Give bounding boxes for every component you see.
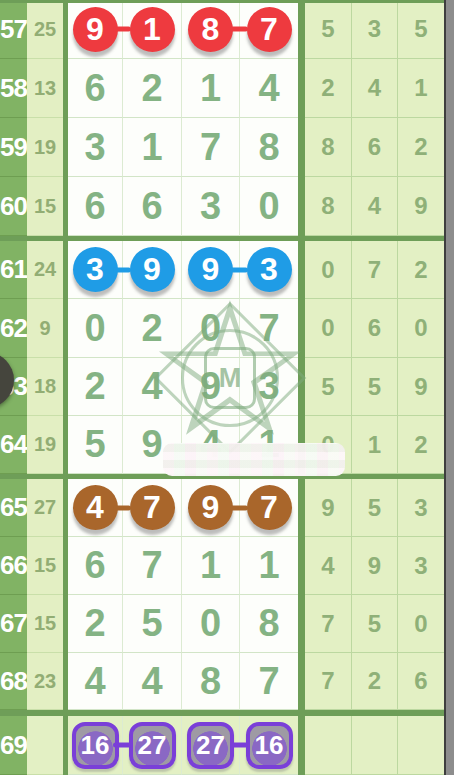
aux-cell: 1	[352, 416, 398, 474]
aux-cell: 0	[398, 595, 444, 653]
aux-digit: 9	[321, 494, 334, 522]
aux-cell: 7	[305, 595, 352, 653]
aux-cell: 2	[305, 59, 352, 118]
aux-cell: 2	[398, 241, 444, 299]
aux-cell: 8	[305, 118, 352, 177]
sum-pair-box: 27	[187, 722, 234, 769]
draw-digit: 8	[258, 602, 279, 645]
draw-cell: 2	[123, 299, 182, 358]
draw-cell: 8	[240, 595, 298, 653]
aux-digit: 5	[368, 494, 381, 522]
hot-number-circle: 7	[130, 485, 175, 530]
issue-cell: 62	[0, 299, 27, 358]
hot-number-circle: 7	[247, 7, 292, 52]
sum-pair-box: 27	[129, 722, 176, 769]
aux-cell	[305, 716, 352, 775]
aux-digit: 5	[321, 15, 334, 43]
sum-cell: 18	[27, 358, 63, 416]
draw-cell: 7	[123, 479, 182, 537]
draw-digit: 1	[200, 544, 221, 587]
aux-cell: 9	[398, 177, 444, 236]
aux-cell: 0	[398, 299, 444, 358]
hot-number-circle: 3	[73, 247, 118, 292]
aux-cell: 9	[398, 358, 444, 416]
draw-cell: 1	[182, 59, 240, 118]
aux-cell: 1	[398, 59, 444, 118]
aux-cell: 9	[352, 537, 398, 595]
pair-dash	[113, 27, 131, 32]
draw-cell: 6	[123, 177, 182, 236]
draw-digit: 7	[141, 544, 162, 587]
draw-digit: 2	[141, 67, 162, 110]
aux-digit: 1	[368, 431, 381, 459]
draw-cell: 3	[240, 241, 298, 299]
draw-digit: 6	[84, 544, 105, 587]
draw-cell: 3	[68, 241, 123, 299]
aux-cell: 5	[352, 479, 398, 537]
aux-digit: 3	[368, 15, 381, 43]
aux-cell: 6	[398, 653, 444, 710]
pair-dash	[230, 743, 248, 748]
sum-cell: 15	[27, 537, 63, 595]
table-top-border	[0, 0, 454, 3]
pair-dash	[113, 505, 131, 510]
censored-blur-patch	[163, 443, 345, 476]
aux-cell: 2	[352, 653, 398, 710]
aux-cell: 6	[352, 299, 398, 358]
draw-cell: 9	[182, 241, 240, 299]
draw-cell: 8	[240, 118, 298, 177]
draw-cell: 1	[240, 537, 298, 595]
aux-cell: 3	[352, 0, 398, 59]
aux-cell: 7	[352, 241, 398, 299]
draw-digit: 7	[258, 660, 279, 703]
draw-cell: 4	[68, 653, 123, 710]
draw-cell: 8	[182, 0, 240, 59]
aux-digit: 0	[321, 314, 334, 342]
pair-dash	[113, 743, 131, 748]
aux-digit: 5	[368, 373, 381, 401]
draw-cell: 5	[68, 416, 123, 474]
draw-cell: 7	[182, 118, 240, 177]
draw-digit: 7	[258, 307, 279, 350]
hot-number-circle: 9	[188, 485, 233, 530]
aux-digit: 2	[414, 133, 427, 161]
sum-cell: 13	[27, 59, 63, 118]
draw-digit: 3	[84, 126, 105, 169]
draw-digit: 4	[141, 365, 162, 408]
draw-cell: 7	[240, 0, 298, 59]
sum-cell: 24	[27, 241, 63, 299]
aux-digit: 7	[321, 610, 334, 638]
draw-cell: 6	[68, 177, 123, 236]
issue-cell: 61	[0, 241, 27, 299]
draw-digit: 9	[200, 365, 221, 408]
draw-cell: 3	[68, 118, 123, 177]
aux-digit: 0	[414, 610, 427, 638]
aux-cell: 3	[398, 479, 444, 537]
sum-cell: 9	[27, 299, 63, 358]
aux-digit: 2	[414, 431, 427, 459]
sum-cell: 19	[27, 416, 63, 474]
aux-digit: 9	[414, 192, 427, 220]
aux-cell: 4	[305, 537, 352, 595]
aux-digit: 4	[368, 192, 381, 220]
draw-digit: 2	[84, 602, 105, 645]
aux-cell: 4	[352, 59, 398, 118]
aux-digit: 7	[321, 667, 334, 695]
aux-cell	[352, 716, 398, 775]
draw-digit: 3	[200, 185, 221, 228]
draw-digit: 5	[84, 423, 105, 466]
aux-digit: 9	[414, 373, 427, 401]
sum-cell	[27, 716, 63, 775]
draw-cell: 4	[240, 59, 298, 118]
draw-digit: 6	[84, 185, 105, 228]
draw-cell: 0	[240, 177, 298, 236]
aux-cell: 5	[352, 595, 398, 653]
aux-cell: 0	[305, 299, 352, 358]
aux-cell: 9	[305, 479, 352, 537]
pair-dash	[230, 505, 248, 510]
aux-digit: 6	[414, 667, 427, 695]
draw-cell: 9	[182, 479, 240, 537]
draw-digit: 2	[84, 365, 105, 408]
draw-digit: 5	[141, 602, 162, 645]
aux-cell: 0	[305, 241, 352, 299]
aux-digit: 3	[414, 552, 427, 580]
draw-digit: 0	[258, 185, 279, 228]
pair-dash	[113, 267, 131, 272]
draw-cell: 4	[68, 479, 123, 537]
aux-cell: 7	[305, 653, 352, 710]
draw-cell: 6	[68, 537, 123, 595]
draw-digit: 7	[200, 126, 221, 169]
hot-number-circle: 8	[188, 7, 233, 52]
sum-cell: 27	[27, 479, 63, 537]
hot-number-circle: 7	[247, 485, 292, 530]
draw-digit: 0	[84, 307, 105, 350]
draw-cell: 1	[123, 0, 182, 59]
issue-cell: 60	[0, 177, 27, 236]
draw-cell: 0	[182, 299, 240, 358]
draw-digit: 4	[141, 660, 162, 703]
lottery-trend-chart: 5725918753558136214241591931788626015663…	[0, 0, 454, 775]
aux-digit: 6	[368, 133, 381, 161]
sum-cell: 15	[27, 595, 63, 653]
draw-cell: 1	[123, 118, 182, 177]
draw-digit: 3	[258, 365, 279, 408]
draw-digit: 2	[141, 307, 162, 350]
aux-cell: 2	[398, 118, 444, 177]
draw-cell: 7	[240, 479, 298, 537]
aux-digit: 9	[368, 552, 381, 580]
aux-digit: 2	[414, 256, 427, 284]
draw-digit: 8	[258, 126, 279, 169]
draw-cell: 16	[68, 716, 123, 775]
aux-digit: 4	[321, 552, 334, 580]
draw-cell: 1	[182, 537, 240, 595]
issue-cell: 65	[0, 479, 27, 537]
draw-cell: 4	[123, 358, 182, 416]
draw-cell: 0	[182, 595, 240, 653]
aux-cell: 3	[398, 537, 444, 595]
draw-cell: 4	[123, 653, 182, 710]
aux-cell: 4	[352, 177, 398, 236]
sum-pair-box: 16	[72, 722, 119, 769]
sum-cell: 15	[27, 177, 63, 236]
sum-cell: 19	[27, 118, 63, 177]
trend-chart-table: 5725918753558136214241591931788626015663…	[0, 0, 454, 775]
draw-digit: 0	[200, 307, 221, 350]
draw-cell: 8	[182, 653, 240, 710]
draw-cell: 27	[182, 716, 240, 775]
draw-digit: 1	[141, 126, 162, 169]
issue-cell: 58	[0, 59, 27, 118]
draw-cell: 5	[123, 595, 182, 653]
draw-cell: 2	[68, 595, 123, 653]
issue-cell: 57	[0, 0, 27, 59]
aux-cell	[398, 716, 444, 775]
draw-cell: 16	[240, 716, 298, 775]
draw-cell: 9	[182, 358, 240, 416]
draw-digit: 6	[141, 185, 162, 228]
aux-cell: 5	[305, 358, 352, 416]
aux-digit: 4	[368, 74, 381, 102]
aux-digit: 7	[368, 256, 381, 284]
draw-cell: 2	[68, 358, 123, 416]
aux-digit: 5	[414, 15, 427, 43]
aux-digit: 3	[414, 494, 427, 522]
sum-pair-box: 16	[246, 722, 293, 769]
draw-cell: 7	[240, 653, 298, 710]
draw-digit: 1	[258, 544, 279, 587]
issue-cell: 64	[0, 416, 27, 474]
draw-cell: 7	[123, 537, 182, 595]
aux-cell: 6	[352, 118, 398, 177]
issue-cell: 59	[0, 118, 27, 177]
issue-cell: 66	[0, 537, 27, 595]
issue-cell: 67	[0, 595, 27, 653]
aux-cell: 8	[305, 177, 352, 236]
draw-cell: 0	[68, 299, 123, 358]
draw-cell: 2	[123, 59, 182, 118]
issue-cell: 68	[0, 653, 27, 710]
hot-number-circle: 9	[188, 247, 233, 292]
aux-digit: 8	[321, 133, 334, 161]
aux-digit: 0	[414, 314, 427, 342]
aux-digit: 2	[368, 667, 381, 695]
aux-digit: 2	[321, 74, 334, 102]
aux-digit: 5	[368, 610, 381, 638]
sum-cell: 23	[27, 653, 63, 710]
aux-digit: 5	[321, 373, 334, 401]
aux-digit: 1	[414, 74, 427, 102]
draw-digit: 6	[84, 67, 105, 110]
draw-cell: 3	[240, 358, 298, 416]
draw-cell: 27	[123, 716, 182, 775]
draw-digit: 8	[200, 660, 221, 703]
pair-dash	[230, 267, 248, 272]
hot-number-circle: 1	[130, 7, 175, 52]
hot-number-circle: 4	[73, 485, 118, 530]
aux-cell: 5	[398, 0, 444, 59]
draw-digit: 9	[141, 423, 162, 466]
aux-digit: 8	[321, 192, 334, 220]
scrollbar-track[interactable]	[444, 0, 454, 775]
draw-digit: 1	[200, 67, 221, 110]
aux-digit: 6	[368, 314, 381, 342]
issue-cell: 69	[0, 716, 27, 775]
draw-cell: 9	[68, 0, 123, 59]
draw-cell: 6	[68, 59, 123, 118]
hot-number-circle: 9	[130, 247, 175, 292]
sum-cell: 25	[27, 0, 63, 59]
pair-dash	[230, 27, 248, 32]
draw-digit: 4	[84, 660, 105, 703]
aux-cell: 5	[305, 0, 352, 59]
draw-cell: 3	[182, 177, 240, 236]
draw-cell: 7	[240, 299, 298, 358]
aux-digit: 0	[321, 256, 334, 284]
aux-cell: 5	[352, 358, 398, 416]
aux-cell: 2	[398, 416, 444, 474]
hot-number-circle: 3	[247, 247, 292, 292]
hot-number-circle: 9	[73, 7, 118, 52]
draw-cell: 9	[123, 241, 182, 299]
draw-digit: 4	[258, 67, 279, 110]
draw-digit: 0	[200, 602, 221, 645]
